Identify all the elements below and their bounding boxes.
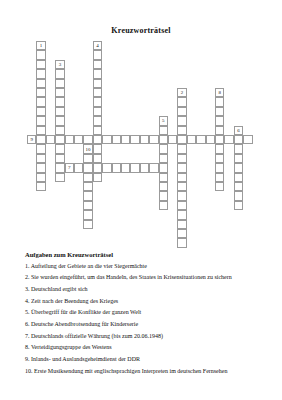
crossword-cell[interactable]	[140, 163, 149, 172]
crossword-cell[interactable]	[65, 135, 74, 144]
crossword-cell[interactable]	[36, 163, 45, 172]
crossword-cell[interactable]	[93, 126, 102, 135]
crossword-cell[interactable]	[177, 116, 186, 125]
crossword-cell[interactable]	[187, 135, 196, 144]
crossword-cell[interactable]	[159, 144, 168, 153]
crossword-cell[interactable]	[93, 60, 102, 69]
crossword-cell[interactable]	[55, 135, 64, 144]
crossword-cell[interactable]	[55, 69, 64, 78]
crossword-cell[interactable]	[83, 210, 92, 219]
clue-number-cell-7: 7	[65, 163, 74, 172]
crossword-cell[interactable]	[83, 191, 92, 200]
crossword-cell[interactable]	[83, 163, 92, 172]
crossword-cell[interactable]	[36, 126, 45, 135]
crossword-cell[interactable]	[36, 135, 45, 144]
crossword-cell[interactable]	[93, 154, 102, 163]
crossword-cell[interactable]	[177, 97, 186, 106]
crossword-cell[interactable]	[215, 116, 224, 125]
crossword-cell[interactable]	[215, 173, 224, 182]
crossword-cell[interactable]	[149, 163, 158, 172]
crossword-cell[interactable]	[46, 135, 55, 144]
crossword-cell[interactable]	[55, 79, 64, 88]
clue-number-cell-9: 9	[27, 135, 36, 144]
crossword-cell[interactable]	[177, 220, 186, 229]
crossword-cell[interactable]	[215, 135, 224, 144]
crossword-cell[interactable]	[55, 126, 64, 135]
crossword-cell[interactable]	[215, 126, 224, 135]
clue-10: 10. Erste Musiksendung mit englischsprac…	[25, 368, 272, 374]
crossword-cell[interactable]	[83, 220, 92, 229]
crossword-cell[interactable]	[177, 229, 186, 238]
crossword-cell[interactable]	[215, 144, 224, 153]
crossword-cell[interactable]	[93, 173, 102, 182]
crossword-cell[interactable]	[83, 182, 92, 191]
crossword-cell[interactable]	[177, 144, 186, 153]
crossword-cell[interactable]	[177, 173, 186, 182]
clue-number-cell-6: 6	[234, 126, 243, 135]
crossword-cell[interactable]	[215, 182, 224, 191]
crossword-cell[interactable]	[36, 107, 45, 116]
crossword-cell[interactable]	[55, 154, 64, 163]
crossword-cell[interactable]	[102, 135, 111, 144]
crossword-cell[interactable]	[215, 97, 224, 106]
crossword-cell[interactable]	[83, 201, 92, 210]
crossword-cell[interactable]	[55, 163, 64, 172]
clue-2: 2. Sie wurden eingeführt, um das Handeln…	[25, 274, 272, 280]
crossword-cell[interactable]	[112, 163, 121, 172]
crossword-cell[interactable]	[177, 126, 186, 135]
crossword-cell[interactable]	[234, 201, 243, 210]
crossword-cell[interactable]	[55, 173, 64, 182]
crossword-cell[interactable]	[159, 135, 168, 144]
crossword-cell[interactable]	[215, 154, 224, 163]
crossword-cell[interactable]	[159, 163, 168, 172]
crossword-cell[interactable]	[177, 163, 186, 172]
crossword-cell[interactable]	[234, 154, 243, 163]
crossword-cell[interactable]	[93, 50, 102, 59]
crossword-cell[interactable]	[196, 135, 205, 144]
crossword-cell[interactable]	[234, 182, 243, 191]
crossword-cell[interactable]	[177, 238, 186, 247]
crossword-cell[interactable]	[177, 210, 186, 219]
crossword-cell[interactable]	[36, 97, 45, 106]
clue-3: 3. Deutschland ergibt sich	[25, 286, 272, 292]
crossword-cell[interactable]	[121, 135, 130, 144]
crossword-cell[interactable]	[55, 107, 64, 116]
clue-7: 7. Deutschlands offizielle Währung (bis …	[25, 333, 272, 339]
clue-1: 1. Aufteilung der Gebiete an die vier Si…	[25, 263, 272, 269]
crossword-cell[interactable]	[93, 88, 102, 97]
crossword-cell[interactable]	[93, 135, 102, 144]
crossword-cell[interactable]	[159, 173, 168, 182]
crossword-cell[interactable]	[168, 135, 177, 144]
crossword-cell[interactable]	[36, 173, 45, 182]
crossword-cell[interactable]	[55, 116, 64, 125]
crossword-cell[interactable]	[36, 116, 45, 125]
crossword-cell[interactable]	[55, 144, 64, 153]
crossword-cell[interactable]	[93, 144, 102, 153]
crossword-cell[interactable]	[215, 107, 224, 116]
crossword-cell[interactable]	[36, 154, 45, 163]
crossword-cell[interactable]	[93, 116, 102, 125]
clues-section: Aufgaben zum Kreuzworträtsel 1. Aufteilu…	[25, 251, 272, 379]
crossword-cell[interactable]	[224, 135, 233, 144]
crossword-cell[interactable]	[93, 79, 102, 88]
crossword-cell[interactable]	[93, 69, 102, 78]
crossword-cell[interactable]	[83, 154, 92, 163]
clue-number-cell-4: 4	[93, 41, 102, 50]
crossword-cell[interactable]	[177, 154, 186, 163]
crossword-cell[interactable]	[36, 88, 45, 97]
crossword-cell[interactable]	[177, 182, 186, 191]
crossword-cell[interactable]	[234, 163, 243, 172]
crossword-cell[interactable]	[36, 60, 45, 69]
clue-number-cell-10: 10	[83, 144, 92, 153]
clue-8: 8. Verteidigungsgruppe des Westens	[25, 344, 272, 350]
crossword-cell[interactable]	[159, 154, 168, 163]
crossword-cell[interactable]	[159, 201, 168, 210]
crossword-cell[interactable]	[177, 201, 186, 210]
clues-heading: Aufgaben zum Kreuzworträtsel	[25, 251, 272, 258]
crossword-cell[interactable]	[102, 163, 111, 172]
clue-number-cell-2: 2	[177, 88, 186, 97]
crossword-cell[interactable]	[159, 182, 168, 191]
clue-5: 5. Überbegriff für die Konflikte der gan…	[25, 309, 272, 315]
crossword-cell[interactable]	[55, 97, 64, 106]
clue-4: 4. Zeit nach der Beendung des Krieges	[25, 298, 272, 304]
crossword-cell[interactable]	[36, 69, 45, 78]
crossword-cell[interactable]	[112, 135, 121, 144]
worksheet-page: Kreuzworträtsel 14328569107 Aufgaben zum…	[0, 0, 282, 400]
page-title: Kreuzworträtsel	[0, 26, 282, 35]
crossword-cell[interactable]	[55, 88, 64, 97]
crossword-cell[interactable]	[36, 79, 45, 88]
crossword-cell[interactable]	[130, 163, 139, 172]
crossword-cell[interactable]	[93, 163, 102, 172]
crossword-cell[interactable]	[83, 173, 92, 182]
crossword-cell[interactable]	[234, 191, 243, 200]
crossword-cell[interactable]	[74, 163, 83, 172]
clue-number-cell-8: 8	[215, 88, 224, 97]
crossword-cell[interactable]	[177, 191, 186, 200]
crossword-cell[interactable]	[130, 135, 139, 144]
crossword-cell[interactable]	[243, 135, 252, 144]
crossword-cell[interactable]	[234, 135, 243, 144]
crossword-cell[interactable]	[140, 135, 149, 144]
crossword-cell[interactable]	[93, 97, 102, 106]
crossword-cell[interactable]	[83, 135, 92, 144]
crossword-cell[interactable]	[206, 135, 215, 144]
crossword-cell[interactable]	[93, 107, 102, 116]
crossword-cell[interactable]	[36, 50, 45, 59]
clue-number-cell-1: 1	[36, 41, 45, 50]
clue-list: 1. Aufteilung der Gebiete an die vier Si…	[25, 263, 272, 374]
clue-9: 9. Inlands- und Auslandsgeheimdienst der…	[25, 356, 272, 362]
clue-number-cell-3: 3	[55, 60, 64, 69]
crossword-cell[interactable]	[74, 135, 83, 144]
crossword-cell[interactable]	[159, 126, 168, 135]
crossword-grid: 14328569107	[27, 41, 263, 249]
crossword-cell[interactable]	[177, 135, 186, 144]
crossword-cell[interactable]	[177, 107, 186, 116]
crossword-cell[interactable]	[121, 163, 130, 172]
crossword-cell[interactable]	[36, 182, 45, 191]
crossword-cell[interactable]	[234, 144, 243, 153]
clue-number-cell-5: 5	[159, 116, 168, 125]
crossword-cell[interactable]	[234, 173, 243, 182]
crossword-cell[interactable]	[36, 144, 45, 153]
crossword-cell[interactable]	[159, 191, 168, 200]
clue-6: 6. Deutsche Abendbrotsendung für Kinders…	[25, 321, 272, 327]
crossword-cell[interactable]	[149, 135, 158, 144]
crossword-cell[interactable]	[215, 163, 224, 172]
